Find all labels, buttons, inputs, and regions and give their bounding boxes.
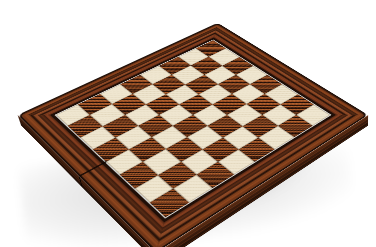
chessboard-product-photo bbox=[0, 0, 376, 247]
perspective-stage bbox=[69, 0, 317, 239]
folding-chessboard[interactable] bbox=[18, 23, 369, 247]
board-top-surface bbox=[18, 23, 369, 247]
